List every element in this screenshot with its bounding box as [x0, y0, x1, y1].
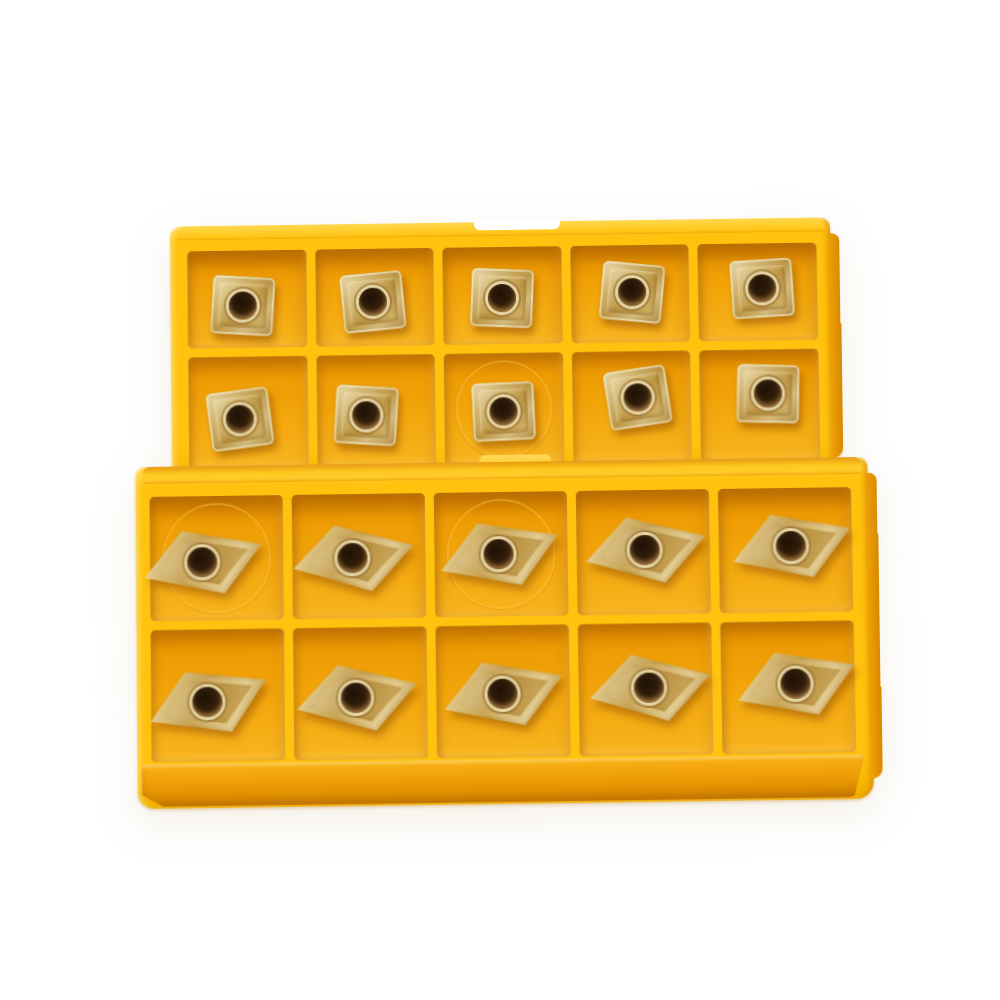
compartment-bottom-r1c2	[435, 625, 570, 759]
insert-case	[130, 215, 874, 810]
compartment-top-r1c2	[444, 353, 564, 466]
insert-hole	[629, 535, 660, 566]
rhombic-insert	[442, 658, 563, 728]
square-insert	[339, 269, 407, 333]
product-photo	[0, 0, 1000, 1000]
compartment-top-r1c3	[572, 351, 693, 464]
compartment-bottom-r0c1	[292, 493, 427, 619]
compartment-bottom-r0c0	[150, 495, 284, 621]
compartment-top-r0c2	[442, 246, 562, 345]
square-insert	[472, 380, 537, 441]
insert-hole	[633, 672, 664, 703]
insert-hole	[340, 682, 371, 713]
compartment-top-r0c1	[315, 248, 435, 347]
square-insert	[470, 267, 534, 327]
rhombic-insert	[731, 511, 852, 581]
compartment-bottom-r1c4	[720, 621, 856, 755]
rhombic-insert	[438, 518, 560, 590]
compartment-top-r0c4	[698, 243, 818, 342]
compartment-bottom-r1c0	[151, 629, 286, 763]
compartment-top-r1c1	[316, 354, 436, 467]
square-insert	[599, 260, 666, 323]
insert-hole	[753, 379, 782, 408]
square-insert	[729, 257, 795, 319]
square-insert	[333, 384, 398, 446]
rhombic-insert	[586, 517, 705, 584]
rhombic-insert	[142, 527, 263, 597]
compartment-bottom-r0c3	[576, 489, 711, 615]
square-insert	[736, 364, 799, 424]
square-insert	[206, 386, 275, 452]
rhombic-insert	[589, 653, 710, 722]
square-insert	[603, 364, 673, 431]
square-insert	[210, 275, 275, 336]
tray-bottom-front-face	[142, 754, 866, 807]
compartment-top-r1c0	[188, 356, 308, 469]
rhombic-insert	[145, 663, 270, 741]
tray-top-grid	[187, 243, 820, 470]
tray-top	[170, 217, 835, 487]
compartment-top-r1c4	[700, 349, 821, 462]
compartment-top-r0c3	[570, 244, 690, 343]
compartment-bottom-r0c4	[718, 487, 854, 613]
tray-top-right-wall	[827, 233, 843, 459]
compartment-top-r0c0	[187, 250, 307, 349]
compartment-bottom-r0c2	[434, 491, 569, 617]
insert-hole	[486, 678, 518, 710]
rhombic-insert	[735, 647, 858, 719]
compartment-bottom-r1c3	[578, 623, 714, 757]
rim-notch	[474, 219, 560, 230]
tray-bottom	[135, 457, 874, 809]
rhombic-insert	[292, 524, 413, 593]
tray-bottom-grid	[150, 487, 857, 762]
rhombic-insert	[296, 664, 416, 731]
compartment-bottom-r1c1	[293, 627, 428, 761]
tray-bottom-right-wall	[865, 472, 883, 778]
